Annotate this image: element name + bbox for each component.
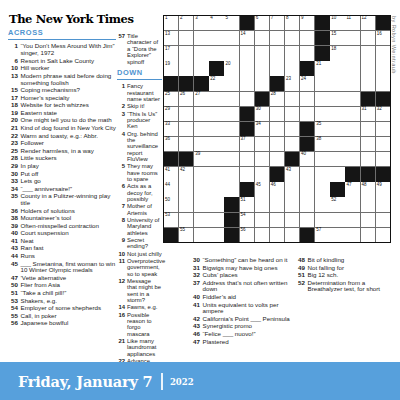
down-clue-list: 48Bit of kindling49Not falling for51Big … <box>295 257 395 293</box>
clue-44: 44Runs <box>8 253 116 260</box>
cell-number: 6 <box>256 16 259 21</box>
cell-r5c12[interactable] <box>330 76 344 90</box>
cell-r3c3[interactable] <box>194 46 208 60</box>
clue-text: Determination from a Breathalyzer test, … <box>308 280 396 293</box>
clue-number: 16 <box>117 312 127 338</box>
black-square <box>300 228 314 242</box>
clue-number: 11 <box>117 258 127 277</box>
clue-1: 1“You Don’t Mess Around With Jim” singer… <box>8 43 116 56</box>
cell-r6c5[interactable] <box>224 92 238 106</box>
cell-r5c10[interactable]: 24 <box>300 76 314 90</box>
cell-r14c13[interactable] <box>345 213 359 227</box>
cell-r14c15[interactable] <box>376 213 390 227</box>
black-square <box>224 197 238 211</box>
cell-r7c10[interactable] <box>300 107 314 121</box>
cell-r13c8[interactable] <box>270 197 284 211</box>
cell-r15c7[interactable] <box>255 228 269 242</box>
cell-r1c7[interactable]: 6 <box>255 16 269 30</box>
cell-r11c2[interactable]: 42 <box>179 167 193 181</box>
clue-15: 15Coping mechanisms? <box>8 87 116 94</box>
cell-r13c14[interactable] <box>361 197 375 211</box>
cell-r5c14[interactable] <box>361 76 375 90</box>
cell-r8c1[interactable]: 33 <box>164 122 178 136</box>
cell-r12c4[interactable] <box>209 182 223 196</box>
cell-r3c2[interactable] <box>179 46 193 60</box>
cell-r13c13[interactable] <box>345 197 359 211</box>
cell-r2c8[interactable] <box>270 31 284 45</box>
cell-r14c2[interactable] <box>179 213 193 227</box>
cell-r4c9[interactable] <box>285 61 299 75</box>
cell-r7c2[interactable] <box>179 107 193 121</box>
clue-41: 41Units equivalent to volts per ampere <box>190 302 296 315</box>
clue-30: 30“Something” can be heard on it <box>190 257 296 264</box>
cell-number: 32 <box>377 107 382 112</box>
clue-text: “This Is Us” producer Ken <box>127 111 162 130</box>
cell-r8c15[interactable] <box>376 122 390 136</box>
cell-r5c9[interactable]: 23 <box>285 76 299 90</box>
cell-number: 17 <box>165 47 170 52</box>
cell-number: 11 <box>346 16 351 21</box>
cell-r2c12[interactable]: 15 <box>330 31 344 45</box>
cell-r11c3[interactable] <box>194 167 208 181</box>
cell-r10c14[interactable] <box>361 152 375 166</box>
cell-r2c10[interactable] <box>300 31 314 45</box>
cell-r6c4[interactable] <box>209 92 223 106</box>
cell-r10c12[interactable] <box>330 152 344 166</box>
cell-r3c1[interactable]: 17 <box>164 46 178 60</box>
cell-number: 27 <box>195 92 200 97</box>
clue-21: 21Like many laundromat appliances <box>117 338 162 357</box>
cell-r14c4[interactable] <box>209 213 223 227</box>
cell-r9c14[interactable] <box>361 137 375 151</box>
cell-r6c12[interactable] <box>330 92 344 106</box>
cell-number: 3 <box>195 16 198 21</box>
cell-r1c2[interactable]: 2 <box>179 16 193 30</box>
clue-number: 10 <box>117 251 127 257</box>
cell-r15c2[interactable]: 55 <box>179 228 193 242</box>
cell-r3c13[interactable] <box>345 46 359 60</box>
cell-r3c7[interactable] <box>255 46 269 60</box>
clue-number: 41 <box>190 302 203 315</box>
cell-r9c8[interactable] <box>270 137 284 151</box>
clue-number: 3 <box>117 111 127 130</box>
clue-text: Like many laundromat appliances <box>127 338 162 357</box>
cell-r1c8[interactable]: 7 <box>270 16 284 30</box>
cell-r1c13[interactable]: 11 <box>345 16 359 30</box>
cell-r5c5[interactable] <box>224 76 238 90</box>
cell-number: 43 <box>286 168 291 173</box>
cell-r3c4[interactable] <box>209 46 223 60</box>
cell-r12c2[interactable] <box>179 182 193 196</box>
banner-year: 2022 <box>170 377 194 387</box>
cell-r13c11[interactable] <box>315 197 329 211</box>
cell-r2c2[interactable] <box>179 31 193 45</box>
cell-r15c11[interactable]: 57 <box>315 228 329 242</box>
cell-r7c11[interactable] <box>315 107 329 121</box>
clue-number: 35 <box>8 193 21 206</box>
cell-r9c7[interactable] <box>255 137 269 151</box>
cell-r11c12[interactable] <box>330 167 344 181</box>
cell-r13c4[interactable] <box>209 197 223 211</box>
crossword-calendar-page: The New York Times ACROSS 1“You Don’t Me… <box>0 0 400 400</box>
black-square <box>270 76 284 90</box>
cell-r8c9[interactable] <box>285 122 299 136</box>
clue-text: Hill worker <box>21 65 117 72</box>
cell-r4c5[interactable]: 20 <box>224 61 238 75</box>
cell-r12c10[interactable] <box>300 182 314 196</box>
cell-r12c3[interactable] <box>194 182 208 196</box>
cell-r3c9[interactable] <box>285 46 299 60</box>
cell-r8c3[interactable] <box>194 122 208 136</box>
cell-r15c8[interactable] <box>270 228 284 242</box>
cell-r2c7[interactable] <box>255 31 269 45</box>
cell-r12c8[interactable]: 46 <box>270 182 284 196</box>
clue-46: 46“Felice ___ nuovo!” <box>190 331 296 338</box>
clue-47: 47Plastered <box>190 339 296 346</box>
cell-r8c2[interactable] <box>179 122 193 136</box>
cell-r13c2[interactable] <box>179 197 193 211</box>
cell-number: 50 <box>165 198 170 203</box>
cell-r15c13[interactable] <box>345 228 359 242</box>
clue-10: 10Not just chilly <box>117 251 162 257</box>
cell-r10c4[interactable] <box>209 152 223 166</box>
clue-40: 40Fiddler’s aid <box>190 294 296 301</box>
cell-r3c14[interactable] <box>361 46 375 60</box>
clue-number: 46 <box>190 331 203 338</box>
clue-51: 51“Take a chill pill!” <box>8 290 116 297</box>
cell-r9c4[interactable] <box>209 137 223 151</box>
cell-r3c10[interactable] <box>300 46 314 60</box>
cell-number: 44 <box>165 183 170 188</box>
cell-r13c10[interactable] <box>300 197 314 211</box>
date-banner: Friday, January 7 2022 <box>0 362 400 400</box>
cell-r12c1[interactable]: 44 <box>164 182 178 196</box>
clue-number: 48 <box>295 257 308 264</box>
cell-number: 30 <box>256 107 261 112</box>
clue-text: Coping mechanisms? <box>21 87 117 94</box>
cell-r7c14[interactable]: 31 <box>361 107 375 121</box>
cell-r14c3[interactable] <box>194 213 208 227</box>
clue-number: 21 <box>117 338 127 357</box>
cell-r8c13[interactable] <box>345 122 359 136</box>
cell-number: 18 <box>331 47 336 52</box>
black-square <box>164 152 178 166</box>
cell-r6c6[interactable] <box>240 92 254 106</box>
crossword-grid[interactable]: 1234567891011121314151617181920212223242… <box>163 15 391 243</box>
cell-r8c8[interactable] <box>270 122 284 136</box>
clue-text: Overprotective government, so to speak <box>127 258 165 277</box>
cell-r7c1[interactable]: 29 <box>164 107 178 121</box>
across-header: ACROSS <box>8 29 116 40</box>
cell-r4c15[interactable] <box>376 61 390 75</box>
black-square <box>300 137 314 151</box>
clue-number: 51 <box>8 290 21 297</box>
cell-r7c5[interactable] <box>224 107 238 121</box>
cell-r2c5[interactable] <box>224 31 238 45</box>
cell-r1c9[interactable]: 8 <box>285 16 299 30</box>
cell-r10c8[interactable] <box>270 152 284 166</box>
cell-r4c13[interactable] <box>345 61 359 75</box>
cell-r13c6[interactable]: 51 <box>240 197 254 211</box>
black-square <box>179 76 193 90</box>
black-square <box>240 122 254 136</box>
cell-r5c11[interactable] <box>315 76 329 90</box>
cell-r4c1[interactable]: 19 <box>164 61 178 75</box>
black-square <box>194 76 208 90</box>
cell-r14c9[interactable] <box>285 213 299 227</box>
black-square <box>376 167 390 181</box>
cell-r14c11[interactable] <box>315 213 329 227</box>
cell-r14c6[interactable]: 54 <box>240 213 254 227</box>
clue-number: 51 <box>295 272 308 279</box>
cell-r14c10[interactable] <box>300 213 314 227</box>
cell-r4c12[interactable] <box>330 61 344 75</box>
cell-r1c4[interactable]: 4 <box>209 16 223 30</box>
cell-r11c1[interactable]: 41 <box>164 167 178 181</box>
cell-r4c2[interactable] <box>179 61 193 75</box>
cell-number: 52 <box>331 198 336 203</box>
cell-r5c4[interactable]: 22 <box>209 76 223 90</box>
clue-number: 6 <box>117 183 127 202</box>
black-square <box>270 167 284 181</box>
cell-number: 29 <box>165 107 170 112</box>
cell-r6c3[interactable]: 27 <box>194 92 208 106</box>
cell-r1c1[interactable]: 1 <box>164 16 178 30</box>
clue-number: 14 <box>117 304 127 310</box>
cell-r6c9[interactable] <box>285 92 299 106</box>
cell-number: 39 <box>195 152 200 157</box>
cell-r13c3[interactable] <box>194 197 208 211</box>
clue-number: 8 <box>117 217 127 236</box>
cell-r9c1[interactable]: 36 <box>164 137 178 151</box>
clue-text: Follower <box>21 140 117 147</box>
cell-r4c14[interactable] <box>361 61 375 75</box>
cell-r9c12[interactable] <box>330 137 344 151</box>
clue-number: 13 <box>8 73 21 86</box>
cell-number: 33 <box>165 122 170 127</box>
cell-r9c15[interactable] <box>376 137 390 151</box>
cell-r11c11[interactable] <box>315 167 329 181</box>
cell-r11c9[interactable]: 43 <box>285 167 299 181</box>
cell-r9c3[interactable] <box>194 137 208 151</box>
cell-r7c7[interactable]: 30 <box>255 107 269 121</box>
cell-r11c4[interactable] <box>209 167 223 181</box>
clue-number: 40 <box>8 230 21 237</box>
cell-r4c8[interactable] <box>270 61 284 75</box>
cell-r9c6[interactable]: 37 <box>240 137 254 151</box>
clue-21: 21Kind of dog found in New York City <box>8 125 116 132</box>
cell-r7c8[interactable] <box>270 107 284 121</box>
cell-r12c5[interactable] <box>224 182 238 196</box>
cell-number: 24 <box>301 77 306 82</box>
cell-r14c14[interactable] <box>361 213 375 227</box>
cell-r6c1[interactable]: 25 <box>164 92 178 106</box>
cell-r10c10[interactable]: 40 <box>300 152 314 166</box>
nyt-logo: The New York Times <box>9 12 134 26</box>
cell-r13c15[interactable] <box>376 197 390 211</box>
clue-text: Address that’s not often written down <box>203 280 297 293</box>
cell-r15c4[interactable] <box>209 228 223 242</box>
cell-number: 22 <box>210 77 215 82</box>
cell-r7c12[interactable] <box>330 107 344 121</box>
clue-29: 29In play <box>8 163 116 170</box>
clue-57: 57Title character of a “Dora the Explore… <box>117 33 162 65</box>
cell-number: 46 <box>271 183 276 188</box>
cell-r3c12[interactable]: 18 <box>330 46 344 60</box>
cell-r2c13[interactable] <box>345 31 359 45</box>
black-square <box>285 152 299 166</box>
clue-text: Acts as a decoy for, possibly <box>127 183 162 202</box>
cell-r13c9[interactable] <box>285 197 299 211</box>
cell-r9c9[interactable] <box>285 137 299 151</box>
cell-r9c2[interactable] <box>179 137 193 151</box>
cell-r6c10[interactable] <box>300 92 314 106</box>
clue-51: 51Big 12 sch. <box>295 272 395 279</box>
cell-r7c3[interactable] <box>194 107 208 121</box>
cell-r5c15[interactable] <box>376 76 390 90</box>
cell-r11c10[interactable] <box>300 167 314 181</box>
cell-r7c13[interactable] <box>345 107 359 121</box>
cell-number: 4 <box>210 16 213 21</box>
cell-r13c7[interactable] <box>255 197 269 211</box>
cell-r10c6[interactable] <box>240 152 254 166</box>
cell-r8c5[interactable] <box>224 122 238 136</box>
clue-text: They may have rooms to spare <box>127 163 162 182</box>
cell-r8c11[interactable]: 35 <box>315 122 329 136</box>
cell-r4c3[interactable] <box>194 61 208 75</box>
cell-r2c3[interactable] <box>194 31 208 45</box>
cell-r5c6[interactable] <box>240 76 254 90</box>
clue-number: 29 <box>8 163 21 170</box>
cell-r3c5[interactable] <box>224 46 238 60</box>
cell-r2c15[interactable]: 16 <box>376 31 390 45</box>
clue-text: “Something” can be heard on it <box>203 257 297 264</box>
cell-r7c4[interactable] <box>209 107 223 121</box>
clue-number: 44 <box>8 253 21 260</box>
cell-r9c5[interactable] <box>224 137 238 151</box>
cell-number: 56 <box>241 228 246 233</box>
cell-r4c6[interactable] <box>240 61 254 75</box>
cell-r15c15[interactable] <box>376 228 390 242</box>
cell-r2c4[interactable] <box>209 31 223 45</box>
cell-r14c8[interactable] <box>270 213 284 227</box>
cell-r12c13[interactable]: 47 <box>345 182 359 196</box>
cell-r10c7[interactable] <box>255 152 269 166</box>
clue-text: “Take a chill pill!” <box>21 290 117 297</box>
cell-r15c12[interactable] <box>330 228 344 242</box>
cell-r7c9[interactable] <box>285 107 299 121</box>
cell-r8c7[interactable]: 34 <box>255 122 269 136</box>
cell-number: 19 <box>165 62 170 67</box>
cell-r8c4[interactable] <box>209 122 223 136</box>
black-square <box>240 16 254 30</box>
cell-r5c7[interactable] <box>255 76 269 90</box>
cell-r15c9[interactable] <box>285 228 299 242</box>
cell-r3c6[interactable] <box>240 46 254 60</box>
cell-r10c5[interactable] <box>224 152 238 166</box>
clue-number: 5 <box>117 163 127 182</box>
cell-r1c5[interactable]: 5 <box>224 16 238 30</box>
clue-number: 40 <box>190 294 203 301</box>
cell-number: 28 <box>271 92 276 97</box>
cell-r3c15[interactable] <box>376 46 390 60</box>
cell-r15c3[interactable] <box>194 228 208 242</box>
cell-r11c7[interactable] <box>255 167 269 181</box>
cell-r1c3[interactable]: 3 <box>194 16 208 30</box>
clue-2: 2Skip it! <box>117 103 162 109</box>
cell-number: 45 <box>256 183 261 188</box>
cell-r5c13[interactable] <box>345 76 359 90</box>
cell-number: 20 <box>225 62 230 67</box>
black-square <box>300 61 314 75</box>
cell-r10c13[interactable] <box>345 152 359 166</box>
cell-r10c3[interactable]: 39 <box>194 152 208 166</box>
clue-number: 38 <box>8 215 21 222</box>
cell-r7c15[interactable]: 32 <box>376 107 390 121</box>
cell-r12c9[interactable] <box>285 182 299 196</box>
clue-1: 1Fancy restaurant name starter <box>117 83 162 102</box>
cell-r6c11[interactable] <box>315 92 329 106</box>
cell-r13c1[interactable]: 50 <box>164 197 178 211</box>
cell-r15c6[interactable]: 56 <box>240 228 254 242</box>
clue-text: Big 12 sch. <box>308 272 396 279</box>
cell-r2c1[interactable]: 13 <box>164 31 178 45</box>
black-square <box>361 167 375 181</box>
cell-r3c8[interactable] <box>270 46 284 60</box>
clue-number: 12 <box>117 278 127 304</box>
clue-12: 12Message that might be sent in a storm? <box>117 278 162 304</box>
cell-r14c1[interactable]: 53 <box>164 213 178 227</box>
cell-r8c14[interactable] <box>361 122 375 136</box>
across-clue-list: 1“You Don’t Mess Around With Jim” singer… <box>8 43 116 327</box>
clue-18: 18Website for tech whizzes <box>8 102 116 109</box>
cell-r2c9[interactable] <box>285 31 299 45</box>
clue-text: Units equivalent to volts per ampere <box>203 302 297 315</box>
cell-r11c5[interactable] <box>224 167 238 181</box>
cell-r12c15[interactable]: 49 <box>376 182 390 196</box>
cell-r2c6[interactable]: 14 <box>240 31 254 45</box>
clue-37: 37Address that’s not often written down <box>190 280 296 293</box>
cell-r9c11[interactable]: 38 <box>315 137 329 151</box>
cell-r6c8[interactable]: 28 <box>270 92 284 106</box>
cell-r12c14[interactable]: 48 <box>361 182 375 196</box>
cell-r2c14[interactable] <box>361 31 375 45</box>
cell-r15c14[interactable] <box>361 228 375 242</box>
cell-r13c12[interactable]: 52 <box>330 197 344 211</box>
cell-r6c13[interactable] <box>345 92 359 106</box>
black-square <box>240 182 254 196</box>
cell-r14c7[interactable] <box>255 213 269 227</box>
clue-10: 10Hill worker <box>8 65 116 72</box>
cell-r8c12[interactable] <box>330 122 344 136</box>
cell-number: 7 <box>271 16 274 21</box>
cell-r10c15[interactable] <box>376 152 390 166</box>
cell-r9c13[interactable] <box>345 137 359 151</box>
cell-r1c12[interactable]: 10 <box>330 16 344 30</box>
cell-r4c11[interactable]: 21 <box>315 61 329 75</box>
across-clues-column: ACROSS 1“You Don’t Mess Around With Jim”… <box>8 29 116 328</box>
cell-r12c11[interactable] <box>315 182 329 196</box>
cell-r11c6[interactable] <box>240 167 254 181</box>
middle-clues-column: 57Title character of a “Dora the Explore… <box>117 33 162 400</box>
cell-r1c10[interactable]: 9 <box>300 16 314 30</box>
cell-r4c7[interactable] <box>255 61 269 75</box>
cell-r10c11[interactable] <box>315 152 329 166</box>
cell-r12c7[interactable]: 45 <box>255 182 269 196</box>
cell-r14c12[interactable] <box>330 213 344 227</box>
cell-r6c2[interactable]: 26 <box>179 92 193 106</box>
cell-r1c14[interactable]: 12 <box>361 16 375 30</box>
